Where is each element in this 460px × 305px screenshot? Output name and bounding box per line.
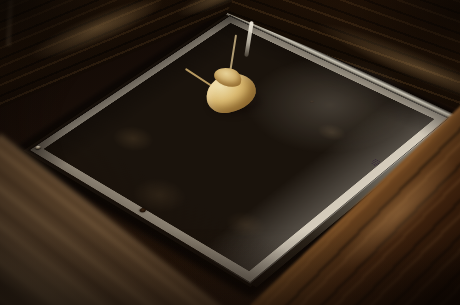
photo-checkerboard-scene bbox=[0, 0, 460, 305]
